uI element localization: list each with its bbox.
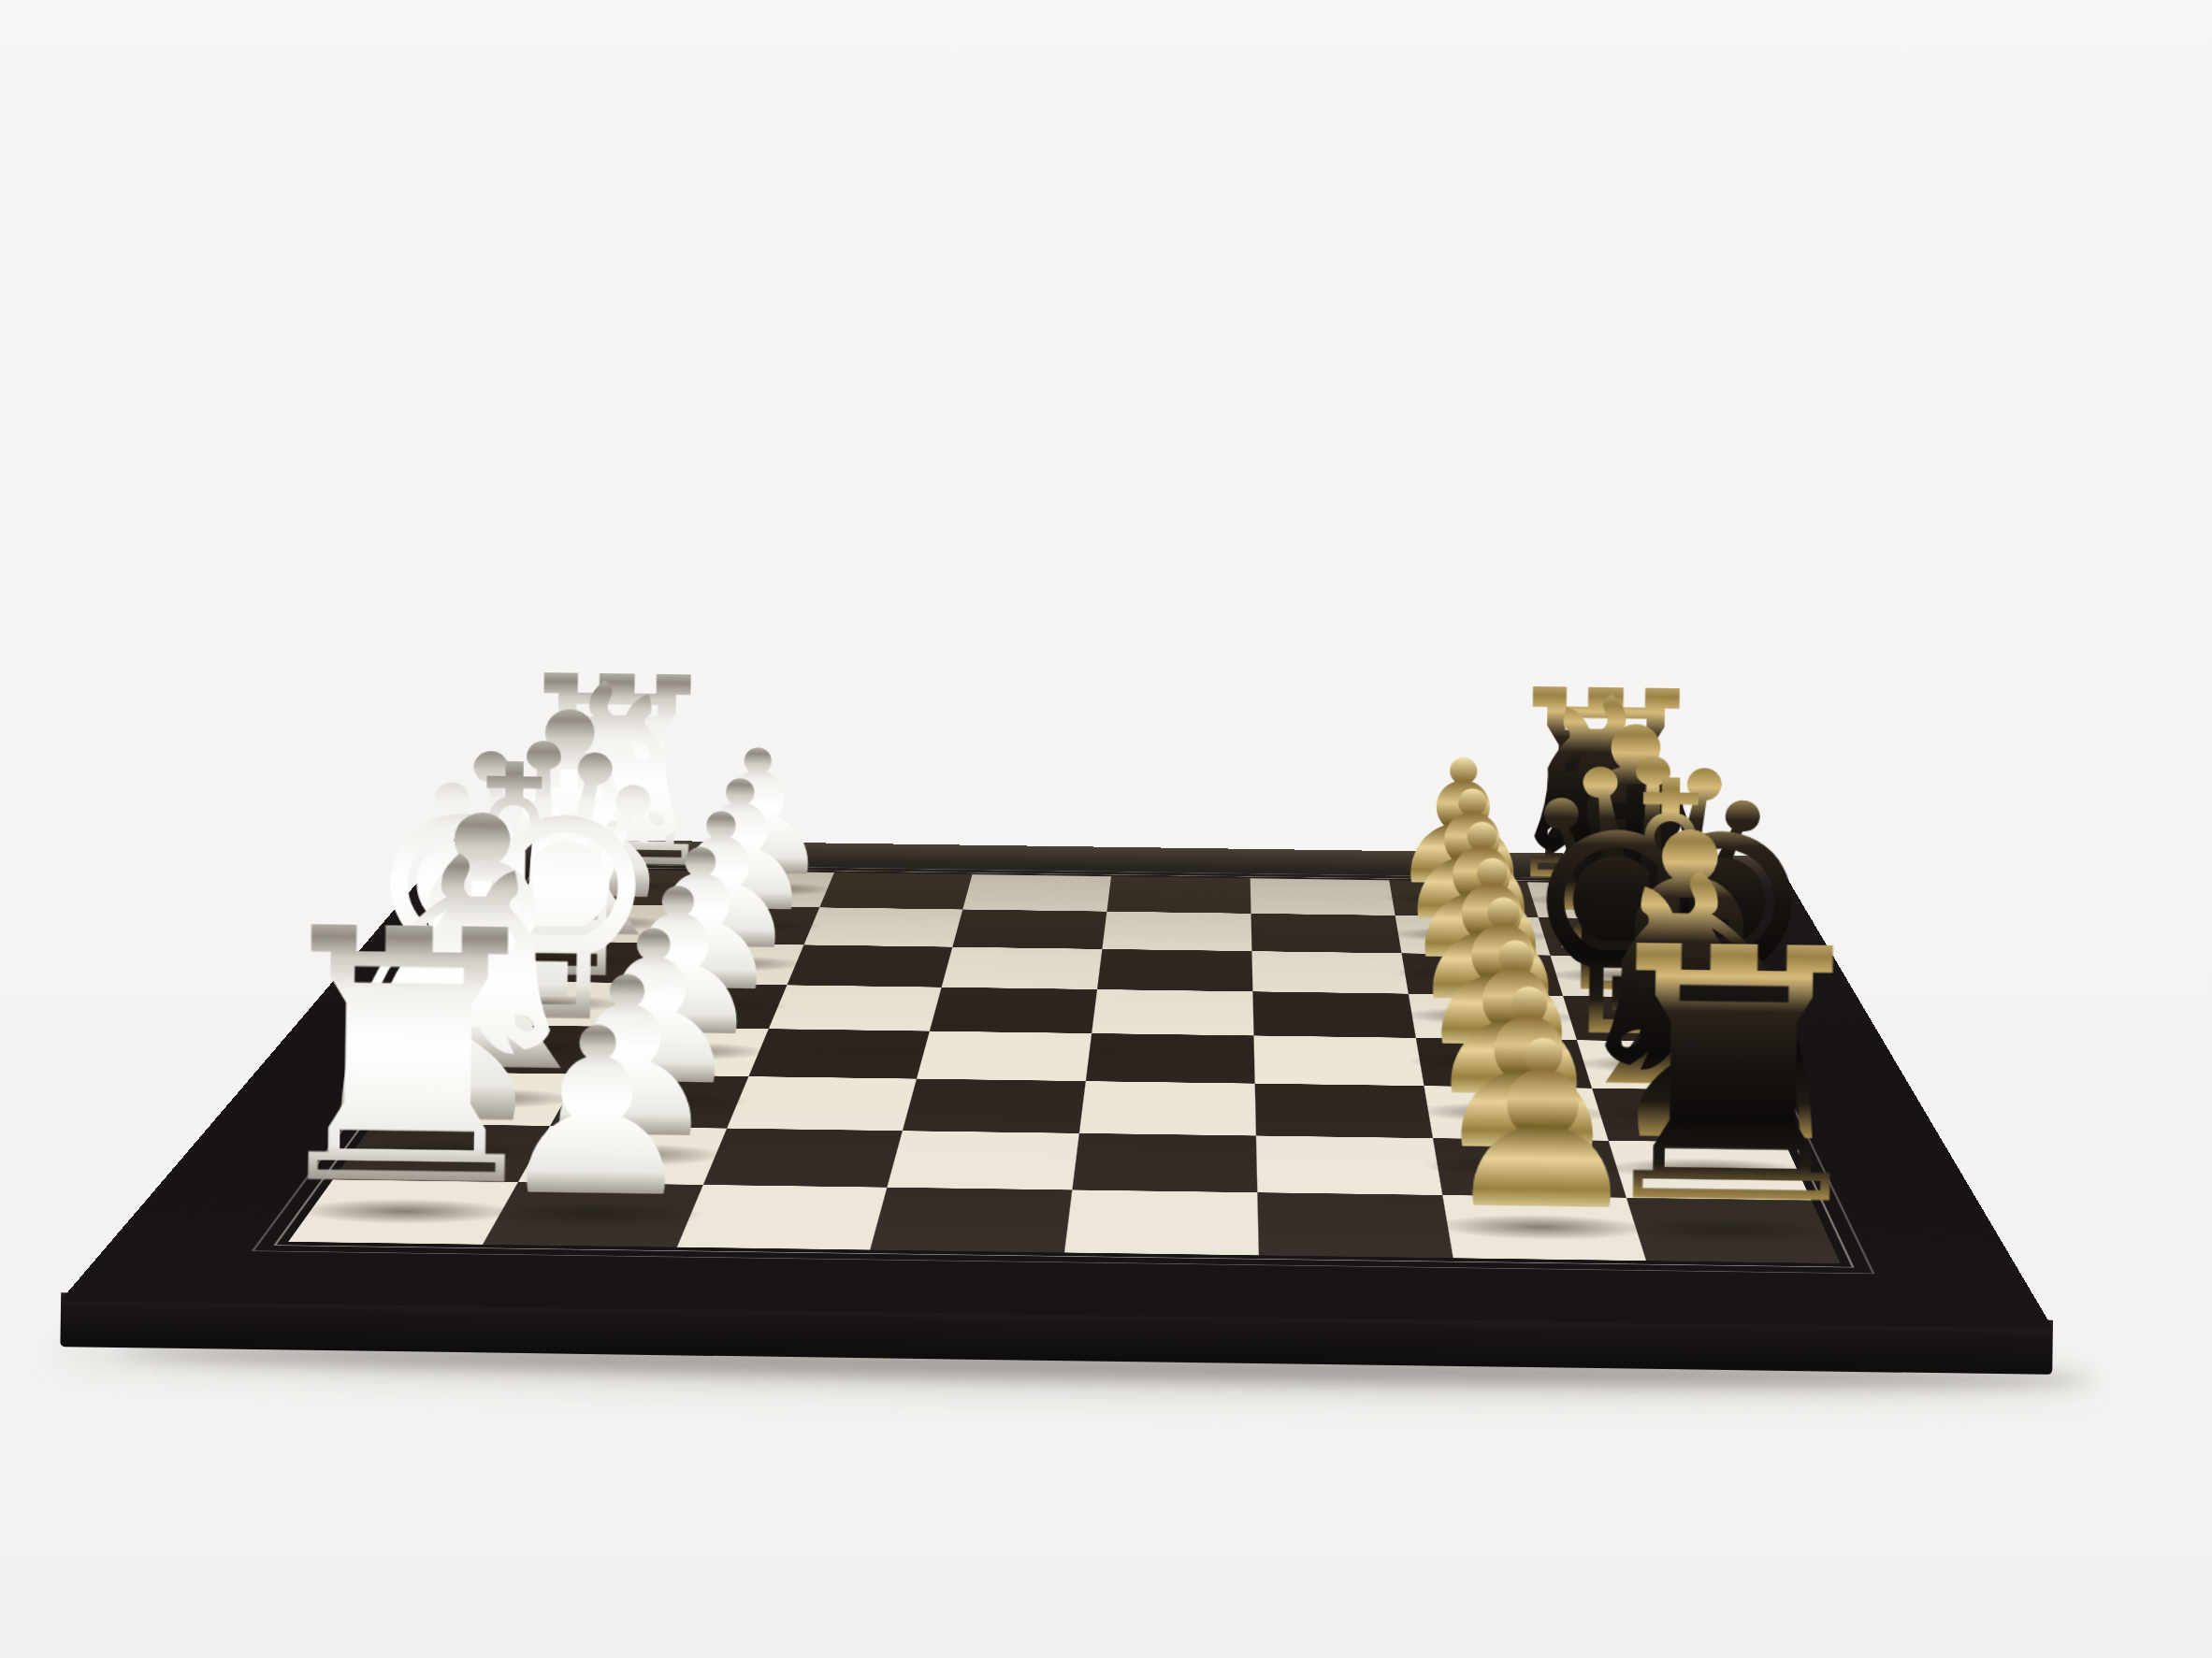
piece-layer: ♜♞♝♛♚♝♞♜♟♟♟♟♟♟♟♟♟♟♟♟♟♟♟♟♜♞♝♛♚♝♞♜ (60, 838, 2053, 1329)
piece-white-rook[interactable]: ♜ (196, 859, 620, 1214)
photo-stage: ♜♞♝♛♚♝♞♜♟♟♟♟♟♟♟♟♟♟♟♟♟♟♟♟♜♞♝♛♚♝♞♜ (0, 0, 2212, 1658)
black-pawn-glyph-icon: ♟ (1439, 1010, 1648, 1244)
chess-board: ♜♞♝♛♚♝♞♜♟♟♟♟♟♟♟♟♟♟♟♟♟♟♟♟♜♞♝♛♚♝♞♜ (60, 838, 2053, 1329)
perspective-container: ♜♞♝♛♚♝♞♜♟♟♟♟♟♟♟♟♟♟♟♟♟♟♟♟♜♞♝♛♚♝♞♜ (0, 0, 2212, 1658)
piece-black-pawn[interactable]: ♟ (1404, 995, 1684, 1230)
white-rook-glyph-icon: ♜ (249, 883, 567, 1236)
chess-board-scene: ♜♞♝♛♚♝♞♜♟♟♟♟♟♟♟♟♟♟♟♟♟♟♟♟♜♞♝♛♚♝♞♜ (0, 0, 2212, 1658)
